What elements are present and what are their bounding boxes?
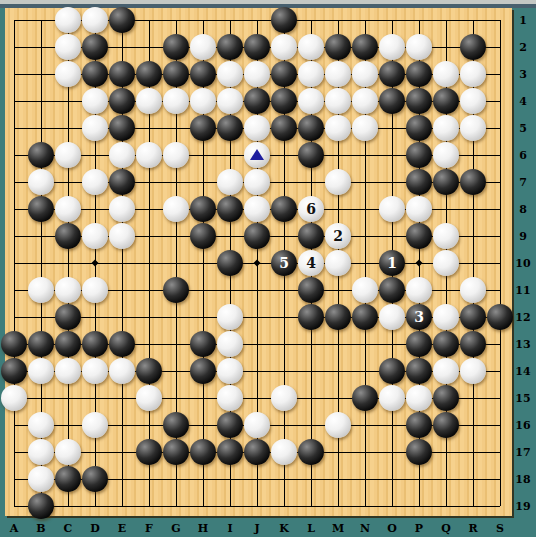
row-label-13: 13 bbox=[515, 338, 530, 351]
stone-I5-black[interactable] bbox=[217, 115, 243, 141]
stone-I2-black[interactable] bbox=[217, 34, 243, 60]
stone-D18-black[interactable] bbox=[82, 466, 108, 492]
row-label-9: 9 bbox=[519, 230, 527, 243]
stone-J17-black[interactable] bbox=[244, 439, 270, 465]
row-label-8: 8 bbox=[519, 203, 527, 216]
col-label-C: C bbox=[64, 522, 73, 535]
stone-E13-black[interactable] bbox=[109, 331, 135, 357]
stone-O8-white[interactable] bbox=[379, 196, 405, 222]
stone-N2-black[interactable] bbox=[352, 34, 378, 60]
stone-G3-black[interactable] bbox=[163, 61, 189, 87]
stone-O15-white[interactable] bbox=[379, 385, 405, 411]
stone-D5-white[interactable] bbox=[82, 115, 108, 141]
stone-H8-black[interactable] bbox=[190, 196, 216, 222]
stone-Q10-white[interactable] bbox=[433, 250, 459, 276]
stone-A15-white[interactable] bbox=[1, 385, 27, 411]
stone-P15-white[interactable] bbox=[406, 385, 432, 411]
stone-O11-black[interactable] bbox=[379, 277, 405, 303]
stone-L11-black[interactable] bbox=[298, 277, 324, 303]
stone-L5-black[interactable] bbox=[298, 115, 324, 141]
stone-F17-black[interactable] bbox=[136, 439, 162, 465]
stone-M4-white[interactable] bbox=[325, 88, 351, 114]
stone-I10-black[interactable] bbox=[217, 250, 243, 276]
row-label-1: 1 bbox=[519, 14, 527, 27]
stone-J8-white[interactable] bbox=[244, 196, 270, 222]
stone-C17-white[interactable] bbox=[55, 439, 81, 465]
col-label-I: I bbox=[227, 522, 232, 535]
stone-D14-white[interactable] bbox=[82, 358, 108, 384]
row-label-2: 2 bbox=[519, 41, 527, 54]
board-grid-lines bbox=[5, 8, 536, 537]
stone-L17-black[interactable] bbox=[298, 439, 324, 465]
stone-G2-black[interactable] bbox=[163, 34, 189, 60]
stone-A13-black[interactable] bbox=[1, 331, 27, 357]
stone-N12-black[interactable] bbox=[352, 304, 378, 330]
stone-R14-white[interactable] bbox=[460, 358, 486, 384]
col-label-Q: Q bbox=[441, 522, 451, 535]
stone-I3-white[interactable] bbox=[217, 61, 243, 87]
stone-D3-black[interactable] bbox=[82, 61, 108, 87]
stone-M12-black[interactable] bbox=[325, 304, 351, 330]
row-label-19: 19 bbox=[515, 500, 530, 513]
stone-H14-black[interactable] bbox=[190, 358, 216, 384]
stone-O10-black[interactable]: 1 bbox=[379, 250, 405, 276]
stone-R7-black[interactable] bbox=[460, 169, 486, 195]
stone-G11-black[interactable] bbox=[163, 277, 189, 303]
stone-R2-black[interactable] bbox=[460, 34, 486, 60]
stone-M10-white[interactable] bbox=[325, 250, 351, 276]
stone-O3-black[interactable] bbox=[379, 61, 405, 87]
stone-E5-black[interactable] bbox=[109, 115, 135, 141]
row-label-16: 16 bbox=[515, 419, 530, 432]
stone-N5-white[interactable] bbox=[352, 115, 378, 141]
stone-D7-white[interactable] bbox=[82, 169, 108, 195]
stone-K1-black[interactable] bbox=[271, 7, 297, 33]
stone-E4-black[interactable] bbox=[109, 88, 135, 114]
stone-E9-white[interactable] bbox=[109, 223, 135, 249]
stone-D16-white[interactable] bbox=[82, 412, 108, 438]
stone-L3-white[interactable] bbox=[298, 61, 324, 87]
stone-G17-black[interactable] bbox=[163, 439, 189, 465]
row-label-7: 7 bbox=[519, 176, 527, 189]
stone-J9-black[interactable] bbox=[244, 223, 270, 249]
go-board[interactable]: 625413 bbox=[5, 8, 512, 516]
stone-K2-white[interactable] bbox=[271, 34, 297, 60]
stone-P13-black[interactable] bbox=[406, 331, 432, 357]
stone-F4-white[interactable] bbox=[136, 88, 162, 114]
stone-J6-white[interactable] bbox=[244, 142, 270, 168]
col-label-N: N bbox=[360, 522, 370, 535]
stone-M16-white[interactable] bbox=[325, 412, 351, 438]
stone-Q3-white[interactable] bbox=[433, 61, 459, 87]
stone-Q6-white[interactable] bbox=[433, 142, 459, 168]
stone-B7-white[interactable] bbox=[28, 169, 54, 195]
stone-E6-white[interactable] bbox=[109, 142, 135, 168]
stone-I8-black[interactable] bbox=[217, 196, 243, 222]
move-number-label: 6 bbox=[306, 202, 316, 216]
stone-C13-black[interactable] bbox=[55, 331, 81, 357]
col-label-F: F bbox=[145, 522, 153, 535]
stone-H5-black[interactable] bbox=[190, 115, 216, 141]
stone-D13-black[interactable] bbox=[82, 331, 108, 357]
stone-N4-white[interactable] bbox=[352, 88, 378, 114]
stone-I15-white[interactable] bbox=[217, 385, 243, 411]
stone-L12-black[interactable] bbox=[298, 304, 324, 330]
stone-H9-black[interactable] bbox=[190, 223, 216, 249]
stone-D4-white[interactable] bbox=[82, 88, 108, 114]
stone-C3-white[interactable] bbox=[55, 61, 81, 87]
stone-H4-white[interactable] bbox=[190, 88, 216, 114]
stone-Q5-white[interactable] bbox=[433, 115, 459, 141]
stone-I13-white[interactable] bbox=[217, 331, 243, 357]
stone-L8-white[interactable]: 6 bbox=[298, 196, 324, 222]
stone-C2-white[interactable] bbox=[55, 34, 81, 60]
stone-L2-white[interactable] bbox=[298, 34, 324, 60]
stone-J4-black[interactable] bbox=[244, 88, 270, 114]
col-label-S: S bbox=[496, 522, 504, 535]
col-label-L: L bbox=[307, 522, 315, 535]
stone-F15-white[interactable] bbox=[136, 385, 162, 411]
row-label-5: 5 bbox=[519, 122, 527, 135]
row-label-10: 10 bbox=[515, 257, 530, 270]
stone-O12-white[interactable] bbox=[379, 304, 405, 330]
stone-R4-white[interactable] bbox=[460, 88, 486, 114]
stone-S12-black[interactable] bbox=[487, 304, 513, 330]
move-number-label: 5 bbox=[279, 256, 289, 270]
stone-P8-white[interactable] bbox=[406, 196, 432, 222]
stone-K4-black[interactable] bbox=[271, 88, 297, 114]
stone-C9-black[interactable] bbox=[55, 223, 81, 249]
stone-B6-black[interactable] bbox=[28, 142, 54, 168]
stone-O4-black[interactable] bbox=[379, 88, 405, 114]
stone-J5-white[interactable] bbox=[244, 115, 270, 141]
stone-Q12-white[interactable] bbox=[433, 304, 459, 330]
stone-P4-black[interactable] bbox=[406, 88, 432, 114]
stone-M3-white[interactable] bbox=[325, 61, 351, 87]
stone-Q14-white[interactable] bbox=[433, 358, 459, 384]
stone-I12-white[interactable] bbox=[217, 304, 243, 330]
stone-C18-black[interactable] bbox=[55, 466, 81, 492]
row-label-12: 12 bbox=[515, 311, 530, 324]
col-label-H: H bbox=[198, 522, 208, 535]
stone-M2-black[interactable] bbox=[325, 34, 351, 60]
stone-M5-white[interactable] bbox=[325, 115, 351, 141]
stone-K3-black[interactable] bbox=[271, 61, 297, 87]
col-label-O: O bbox=[387, 522, 397, 535]
stone-O2-white[interactable] bbox=[379, 34, 405, 60]
stone-K5-black[interactable] bbox=[271, 115, 297, 141]
stone-Q4-black[interactable] bbox=[433, 88, 459, 114]
stone-C1-white[interactable] bbox=[55, 7, 81, 33]
stone-H13-black[interactable] bbox=[190, 331, 216, 357]
stone-R3-white[interactable] bbox=[460, 61, 486, 87]
stone-K8-black[interactable] bbox=[271, 196, 297, 222]
stone-F3-black[interactable] bbox=[136, 61, 162, 87]
row-label-18: 18 bbox=[515, 473, 530, 486]
col-label-G: G bbox=[171, 522, 180, 535]
stone-M9-white[interactable]: 2 bbox=[325, 223, 351, 249]
stone-D2-black[interactable] bbox=[82, 34, 108, 60]
stone-G6-white[interactable] bbox=[163, 142, 189, 168]
stone-L6-black[interactable] bbox=[298, 142, 324, 168]
stone-D1-white[interactable] bbox=[82, 7, 108, 33]
stone-H17-black[interactable] bbox=[190, 439, 216, 465]
stone-M7-white[interactable] bbox=[325, 169, 351, 195]
stone-J7-white[interactable] bbox=[244, 169, 270, 195]
stone-I7-white[interactable] bbox=[217, 169, 243, 195]
col-label-M: M bbox=[332, 522, 344, 535]
stone-B11-white[interactable] bbox=[28, 277, 54, 303]
stone-P7-black[interactable] bbox=[406, 169, 432, 195]
stone-J16-white[interactable] bbox=[244, 412, 270, 438]
stone-P17-black[interactable] bbox=[406, 439, 432, 465]
stone-L4-white[interactable] bbox=[298, 88, 324, 114]
stone-C6-white[interactable] bbox=[55, 142, 81, 168]
stone-B14-white[interactable] bbox=[28, 358, 54, 384]
stone-I4-white[interactable] bbox=[217, 88, 243, 114]
stone-P16-black[interactable] bbox=[406, 412, 432, 438]
stone-G4-white[interactable] bbox=[163, 88, 189, 114]
row-label-15: 15 bbox=[515, 392, 530, 405]
row-label-4: 4 bbox=[519, 95, 527, 108]
stone-G8-white[interactable] bbox=[163, 196, 189, 222]
stone-E3-black[interactable] bbox=[109, 61, 135, 87]
stone-Q15-black[interactable] bbox=[433, 385, 459, 411]
stone-Q9-white[interactable] bbox=[433, 223, 459, 249]
stone-K15-white[interactable] bbox=[271, 385, 297, 411]
stone-J2-black[interactable] bbox=[244, 34, 270, 60]
stone-B13-black[interactable] bbox=[28, 331, 54, 357]
row-label-6: 6 bbox=[519, 149, 527, 162]
stone-G16-black[interactable] bbox=[163, 412, 189, 438]
stone-P11-white[interactable] bbox=[406, 277, 432, 303]
stone-C12-black[interactable] bbox=[55, 304, 81, 330]
stone-K10-black[interactable]: 5 bbox=[271, 250, 297, 276]
move-number-label: 4 bbox=[306, 256, 316, 270]
stone-P14-black[interactable] bbox=[406, 358, 432, 384]
stone-C14-white[interactable] bbox=[55, 358, 81, 384]
stone-O14-black[interactable] bbox=[379, 358, 405, 384]
stone-Q13-black[interactable] bbox=[433, 331, 459, 357]
stone-H3-black[interactable] bbox=[190, 61, 216, 87]
stone-P12-black[interactable]: 3 bbox=[406, 304, 432, 330]
stone-B8-black[interactable] bbox=[28, 196, 54, 222]
move-number-label: 2 bbox=[333, 229, 343, 243]
stone-Q7-black[interactable] bbox=[433, 169, 459, 195]
col-label-B: B bbox=[36, 522, 45, 535]
move-number-label: 1 bbox=[387, 256, 397, 270]
stone-J3-white[interactable] bbox=[244, 61, 270, 87]
col-label-J: J bbox=[254, 522, 259, 535]
row-label-14: 14 bbox=[515, 365, 530, 378]
stone-B19-black[interactable] bbox=[28, 493, 54, 519]
stone-R11-white[interactable] bbox=[460, 277, 486, 303]
stone-N11-white[interactable] bbox=[352, 277, 378, 303]
col-label-D: D bbox=[90, 522, 100, 535]
go-app-screen: 625413 ABCDEFGHIJKLMNOPQRS12345678910111… bbox=[0, 0, 536, 537]
stone-L9-black[interactable] bbox=[298, 223, 324, 249]
stone-I14-white[interactable] bbox=[217, 358, 243, 384]
stone-K17-white[interactable] bbox=[271, 439, 297, 465]
stone-N3-white[interactable] bbox=[352, 61, 378, 87]
stone-E1-black[interactable] bbox=[109, 7, 135, 33]
stone-P2-white[interactable] bbox=[406, 34, 432, 60]
stone-F14-black[interactable] bbox=[136, 358, 162, 384]
col-label-R: R bbox=[468, 522, 477, 535]
stone-B18-white[interactable] bbox=[28, 466, 54, 492]
stone-N15-black[interactable] bbox=[352, 385, 378, 411]
stone-I17-black[interactable] bbox=[217, 439, 243, 465]
stone-C11-white[interactable] bbox=[55, 277, 81, 303]
triangle-marker-icon bbox=[250, 149, 264, 160]
stone-P6-black[interactable] bbox=[406, 142, 432, 168]
stone-E14-white[interactable] bbox=[109, 358, 135, 384]
stone-P3-black[interactable] bbox=[406, 61, 432, 87]
row-label-17: 17 bbox=[515, 446, 530, 459]
stone-B17-white[interactable] bbox=[28, 439, 54, 465]
col-label-K: K bbox=[279, 522, 289, 535]
stone-R5-white[interactable] bbox=[460, 115, 486, 141]
stone-D11-white[interactable] bbox=[82, 277, 108, 303]
stone-P9-black[interactable] bbox=[406, 223, 432, 249]
stone-B16-white[interactable] bbox=[28, 412, 54, 438]
stone-A14-black[interactable] bbox=[1, 358, 27, 384]
stone-I16-black[interactable] bbox=[217, 412, 243, 438]
stone-H2-white[interactable] bbox=[190, 34, 216, 60]
col-label-A: A bbox=[10, 522, 19, 535]
stone-R12-black[interactable] bbox=[460, 304, 486, 330]
stone-Q16-black[interactable] bbox=[433, 412, 459, 438]
stone-D9-white[interactable] bbox=[82, 223, 108, 249]
row-label-11: 11 bbox=[515, 284, 530, 297]
stone-L10-white[interactable]: 4 bbox=[298, 250, 324, 276]
move-number-label: 3 bbox=[414, 310, 424, 324]
col-label-P: P bbox=[415, 522, 423, 535]
stone-E7-black[interactable] bbox=[109, 169, 135, 195]
stone-R13-black[interactable] bbox=[460, 331, 486, 357]
stone-E8-white[interactable] bbox=[109, 196, 135, 222]
stone-F6-white[interactable] bbox=[136, 142, 162, 168]
col-label-E: E bbox=[118, 522, 126, 535]
row-label-3: 3 bbox=[519, 68, 527, 81]
stone-P5-black[interactable] bbox=[406, 115, 432, 141]
stone-C8-white[interactable] bbox=[55, 196, 81, 222]
